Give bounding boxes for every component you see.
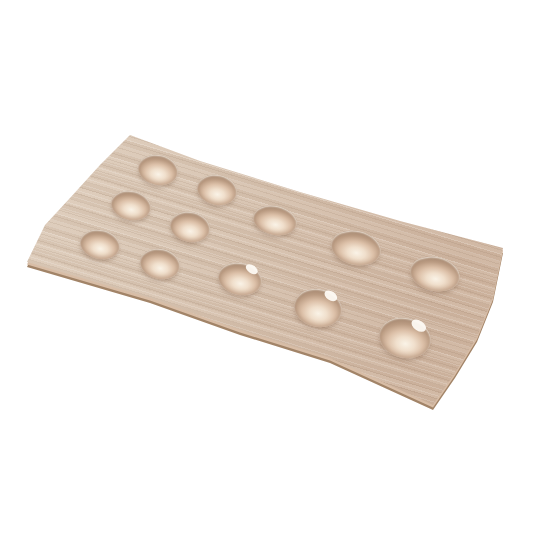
large-cup-r2c2: [291, 284, 346, 331]
small-cup-r2c1: [108, 187, 153, 224]
large-cup-r2c3: [375, 313, 434, 363]
small-cup-r1c1: [135, 151, 180, 189]
large-cup-r1c1: [250, 201, 299, 239]
large-cup-r2c1: [215, 259, 265, 299]
dome-cups-layer: [0, 0, 533, 533]
large-cup-r1c2: [328, 226, 384, 270]
small-cup-r3c1: [77, 226, 122, 263]
small-cup-r3c2: [137, 245, 182, 283]
large-cup-r1c3: [407, 252, 463, 296]
specular-glint: [244, 262, 259, 276]
specular-glint: [410, 317, 428, 334]
small-cup-r1c2: [194, 171, 239, 209]
small-cup-r2c2: [167, 208, 212, 246]
board-photo-stage: [0, 0, 533, 533]
specular-glint: [322, 288, 339, 304]
